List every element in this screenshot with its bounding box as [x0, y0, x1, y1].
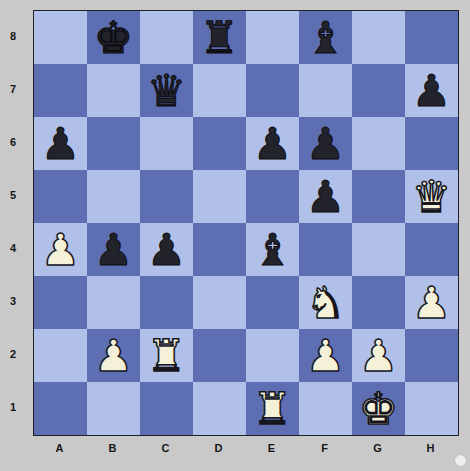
square-f6[interactable]: ♟	[299, 117, 352, 170]
square-g4[interactable]	[352, 223, 405, 276]
file-label-d: D	[192, 437, 245, 459]
rank-label-3: 3	[0, 275, 26, 328]
square-b8[interactable]: ♚	[87, 11, 140, 64]
square-b3[interactable]	[87, 276, 140, 329]
square-a1[interactable]	[34, 382, 87, 435]
piece-black-pawn[interactable]: ♟	[405, 64, 458, 117]
square-g1[interactable]: ♚	[352, 382, 405, 435]
square-g3[interactable]	[352, 276, 405, 329]
square-a7[interactable]	[34, 64, 87, 117]
piece-black-pawn[interactable]: ♟	[299, 117, 352, 170]
piece-black-pawn[interactable]: ♟	[87, 223, 140, 276]
square-g7[interactable]	[352, 64, 405, 117]
square-a3[interactable]	[34, 276, 87, 329]
piece-black-rook[interactable]: ♜	[193, 11, 246, 64]
square-h5[interactable]: ♛	[405, 170, 458, 223]
piece-black-pawn[interactable]: ♟	[34, 117, 87, 170]
rank-label-2: 2	[0, 328, 26, 381]
square-d5[interactable]	[193, 170, 246, 223]
square-b1[interactable]	[87, 382, 140, 435]
square-h7[interactable]: ♟	[405, 64, 458, 117]
square-g8[interactable]	[352, 11, 405, 64]
square-f8[interactable]: ♝	[299, 11, 352, 64]
square-c8[interactable]	[140, 11, 193, 64]
square-f2[interactable]: ♟	[299, 329, 352, 382]
square-e5[interactable]	[246, 170, 299, 223]
square-b2[interactable]: ♟	[87, 329, 140, 382]
piece-white-pawn[interactable]: ♟	[405, 276, 458, 329]
square-h1[interactable]	[405, 382, 458, 435]
square-b7[interactable]	[87, 64, 140, 117]
rank-label-1: 1	[0, 381, 26, 434]
square-d8[interactable]: ♜	[193, 11, 246, 64]
square-a4[interactable]: ♟	[34, 223, 87, 276]
rank-label-8: 8	[0, 10, 26, 63]
square-f3[interactable]: ♞	[299, 276, 352, 329]
rank-label-5: 5	[0, 169, 26, 222]
square-c7[interactable]: ♛	[140, 64, 193, 117]
square-d2[interactable]	[193, 329, 246, 382]
square-e8[interactable]	[246, 11, 299, 64]
chess-board: ♚♜♝♛♟♟♟♟♟♛♟♟♟♝♞♟♟♜♟♟♜♚	[33, 10, 459, 436]
square-b5[interactable]	[87, 170, 140, 223]
rank-label-7: 7	[0, 63, 26, 116]
piece-black-pawn[interactable]: ♟	[299, 170, 352, 223]
square-e3[interactable]	[246, 276, 299, 329]
square-f4[interactable]	[299, 223, 352, 276]
piece-black-pawn[interactable]: ♟	[246, 117, 299, 170]
square-c3[interactable]	[140, 276, 193, 329]
square-b4[interactable]: ♟	[87, 223, 140, 276]
square-g6[interactable]	[352, 117, 405, 170]
square-c1[interactable]	[140, 382, 193, 435]
square-a8[interactable]	[34, 11, 87, 64]
file-label-a: A	[33, 437, 86, 459]
piece-white-pawn[interactable]: ♟	[299, 329, 352, 382]
white-to-move-indicator	[455, 455, 466, 466]
rank-label-4: 4	[0, 222, 26, 275]
file-label-g: G	[351, 437, 404, 459]
piece-black-king[interactable]: ♚	[87, 11, 140, 64]
file-label-f: F	[298, 437, 351, 459]
square-b6[interactable]	[87, 117, 140, 170]
square-c5[interactable]	[140, 170, 193, 223]
file-label-e: E	[245, 437, 298, 459]
square-e1[interactable]: ♜	[246, 382, 299, 435]
square-a6[interactable]: ♟	[34, 117, 87, 170]
piece-white-rook[interactable]: ♜	[140, 329, 193, 382]
square-d3[interactable]	[193, 276, 246, 329]
square-a2[interactable]	[34, 329, 87, 382]
square-h6[interactable]	[405, 117, 458, 170]
square-e2[interactable]	[246, 329, 299, 382]
piece-black-bishop[interactable]: ♝	[246, 223, 299, 276]
file-label-c: C	[139, 437, 192, 459]
square-g5[interactable]	[352, 170, 405, 223]
square-e6[interactable]: ♟	[246, 117, 299, 170]
piece-white-knight[interactable]: ♞	[299, 276, 352, 329]
piece-black-queen[interactable]: ♛	[140, 64, 193, 117]
piece-white-queen[interactable]: ♛	[405, 170, 458, 223]
square-d7[interactable]	[193, 64, 246, 117]
file-label-b: B	[86, 437, 139, 459]
piece-white-rook[interactable]: ♜	[246, 382, 299, 435]
piece-black-pawn[interactable]: ♟	[140, 223, 193, 276]
square-d1[interactable]	[193, 382, 246, 435]
square-h8[interactable]	[405, 11, 458, 64]
piece-white-pawn[interactable]: ♟	[87, 329, 140, 382]
rank-label-6: 6	[0, 116, 26, 169]
piece-white-king[interactable]: ♚	[352, 382, 405, 435]
file-label-h: H	[404, 437, 457, 459]
square-e7[interactable]	[246, 64, 299, 117]
square-g2[interactable]: ♟	[352, 329, 405, 382]
square-h2[interactable]	[405, 329, 458, 382]
square-c4[interactable]: ♟	[140, 223, 193, 276]
square-a5[interactable]	[34, 170, 87, 223]
piece-white-pawn[interactable]: ♟	[352, 329, 405, 382]
piece-black-bishop[interactable]: ♝	[299, 11, 352, 64]
chess-diagram: ♚♜♝♛♟♟♟♟♟♛♟♟♟♝♞♟♟♜♟♟♜♚ 87654321 ABCDEFGH	[0, 0, 470, 471]
square-c6[interactable]	[140, 117, 193, 170]
square-d6[interactable]	[193, 117, 246, 170]
square-d4[interactable]	[193, 223, 246, 276]
square-h4[interactable]	[405, 223, 458, 276]
square-e4[interactable]: ♝	[246, 223, 299, 276]
square-c2[interactable]: ♜	[140, 329, 193, 382]
square-h3[interactable]: ♟	[405, 276, 458, 329]
square-f1[interactable]	[299, 382, 352, 435]
piece-white-pawn[interactable]: ♟	[34, 223, 87, 276]
square-f7[interactable]	[299, 64, 352, 117]
square-f5[interactable]: ♟	[299, 170, 352, 223]
